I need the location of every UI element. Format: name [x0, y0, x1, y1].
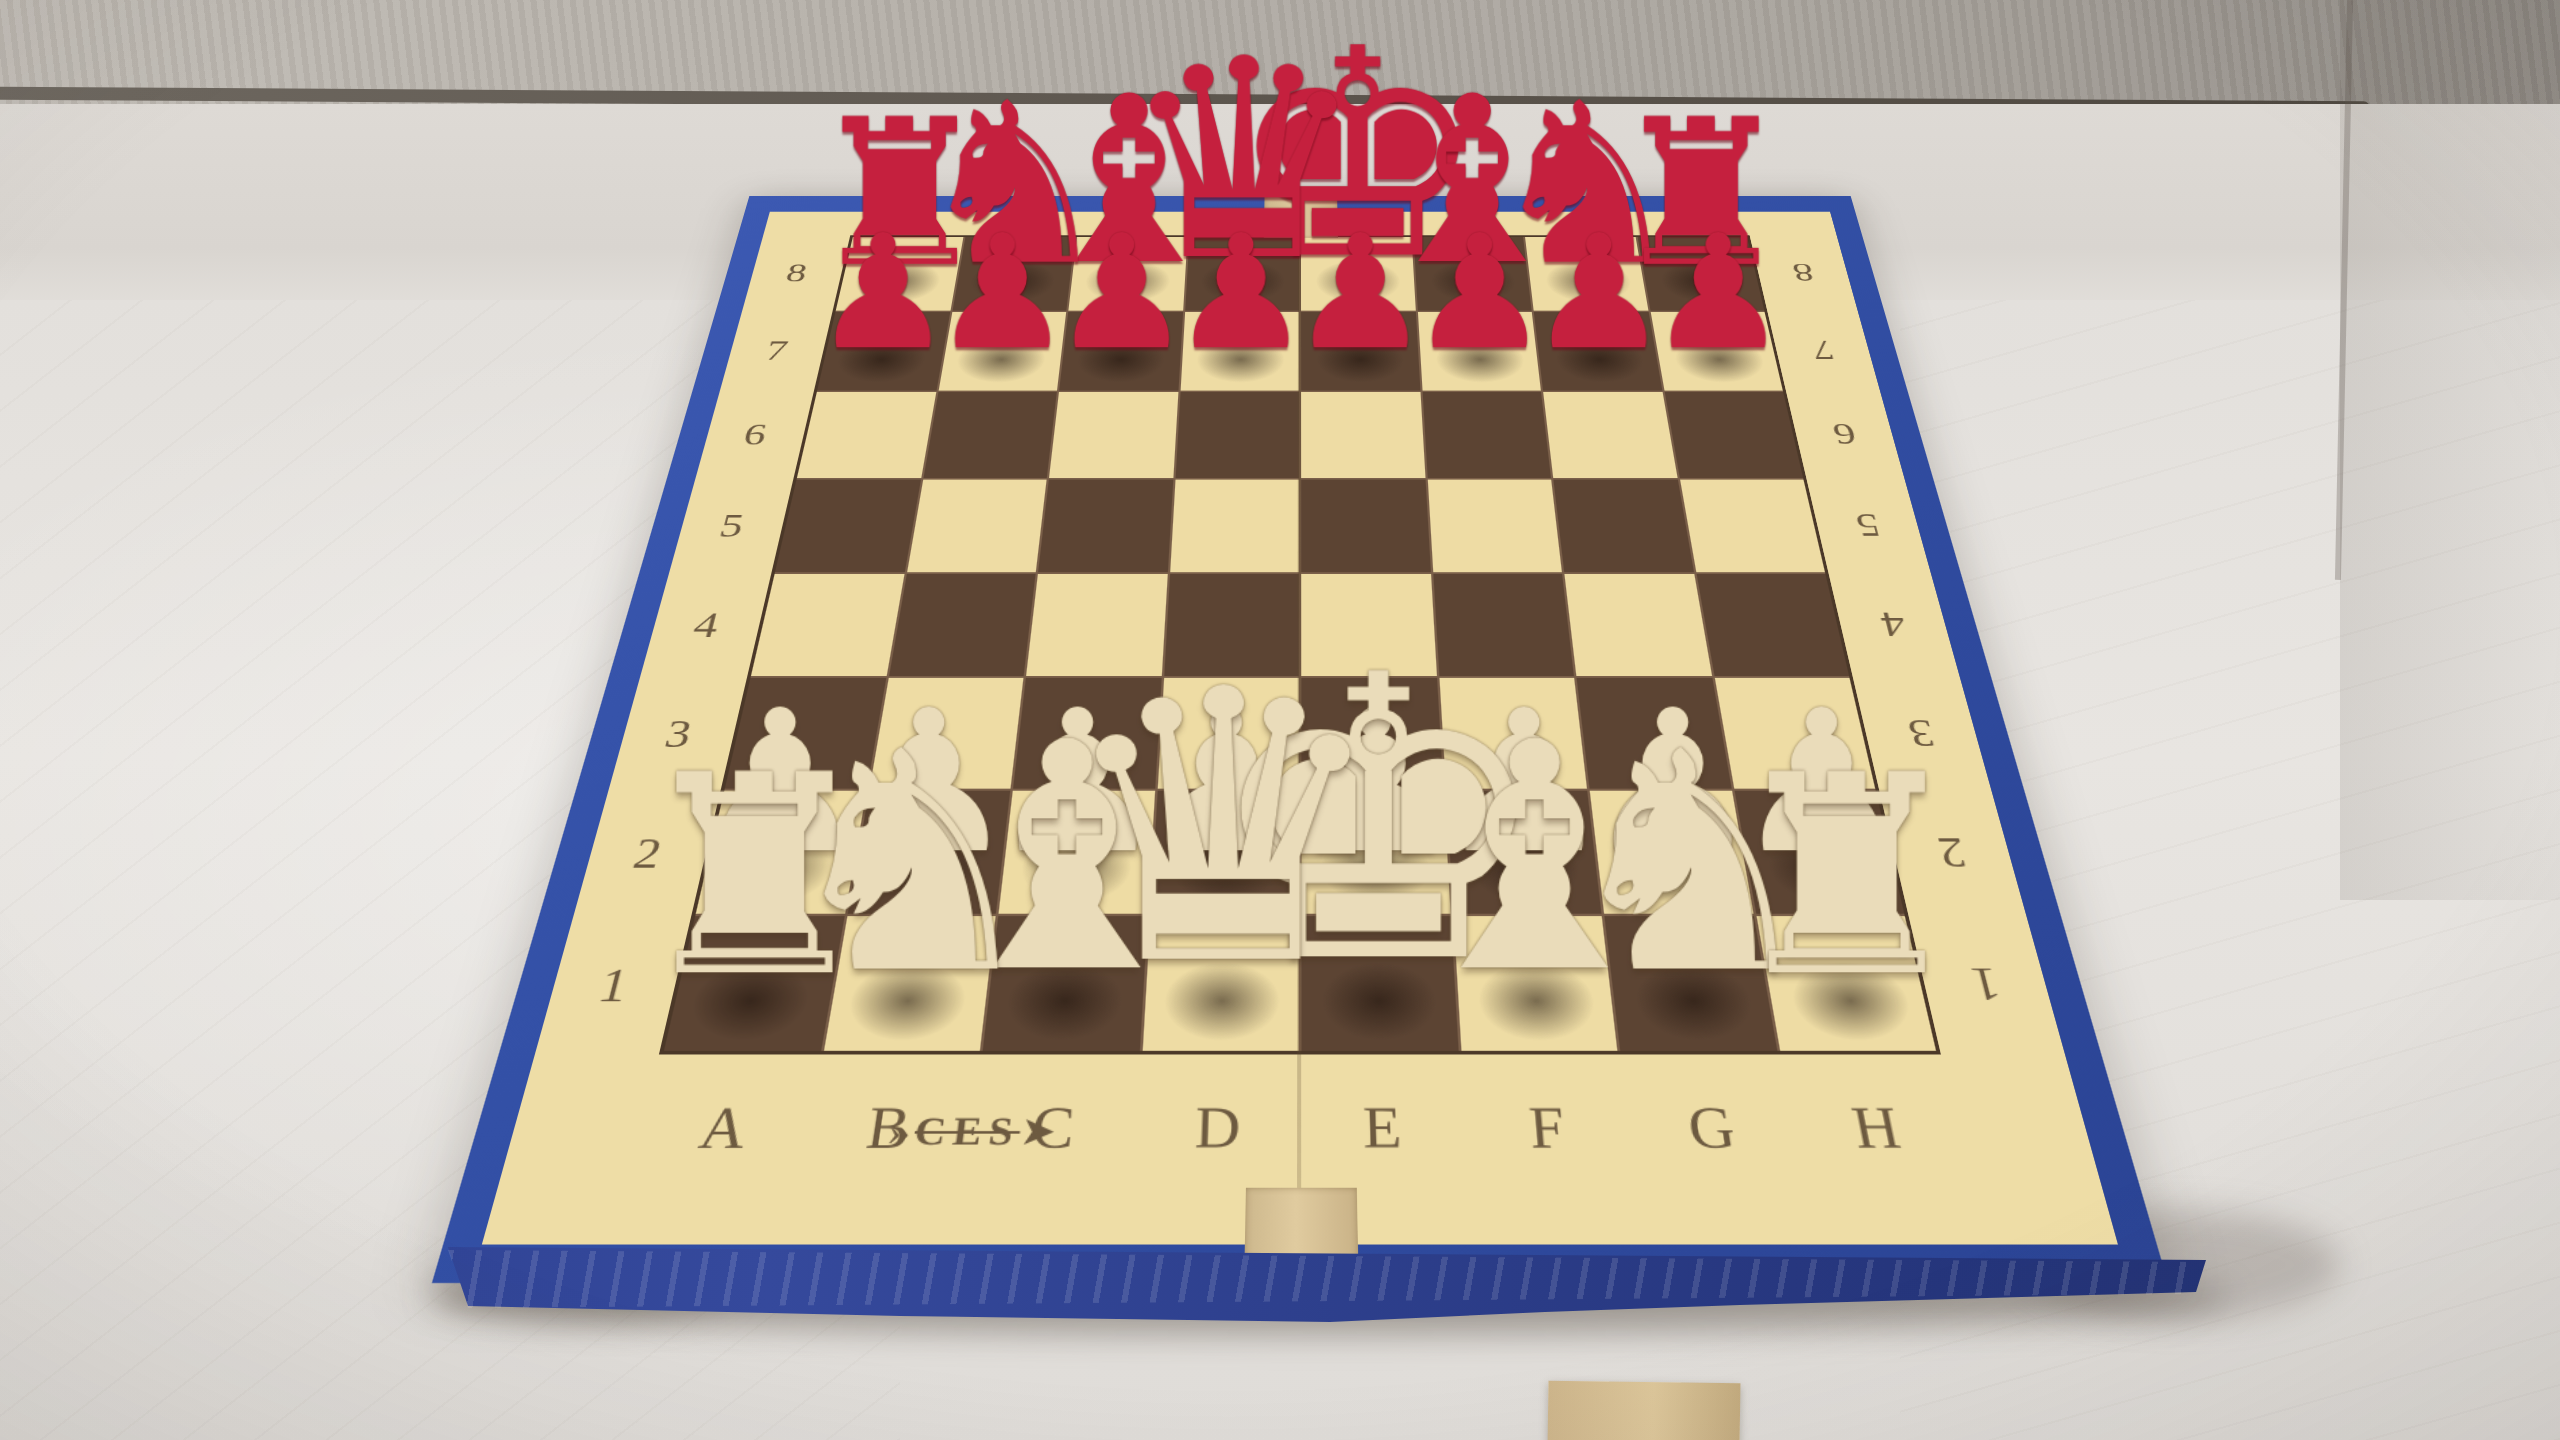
hinge-tape-on-table: [1548, 1381, 1741, 1440]
piece-white-rook-a1: ♜: [630, 739, 878, 1016]
rank-label-right-7: 7: [1788, 333, 1859, 366]
piece-red-pawn-h7: ♟: [1647, 214, 1788, 372]
rank-label-left-7: 7: [741, 333, 812, 366]
rank-label-right-6: 6: [1808, 416, 1882, 452]
rank-label-right-5: 5: [1830, 505, 1907, 544]
hinge-tape-bottom: [1244, 1188, 1359, 1283]
rank-label-left-8: 8: [763, 257, 831, 287]
wall-corner-shadow: [2340, 0, 2560, 900]
rank-label-left-5: 5: [693, 505, 770, 544]
rank-label-right-8: 8: [1770, 257, 1838, 287]
piece-white-rook-h1: ♜: [1722, 739, 1970, 1016]
rank-label-left-6: 6: [718, 416, 792, 452]
